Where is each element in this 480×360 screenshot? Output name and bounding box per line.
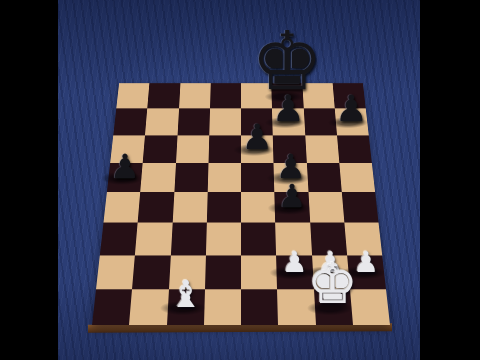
piece-white-bishop-c1[interactable]: ♝	[169, 276, 202, 313]
piece-white-king-g1[interactable]: ♚	[308, 256, 359, 313]
square-c8[interactable]	[179, 83, 211, 108]
square-h4[interactable]	[342, 192, 379, 223]
piece-black-pawn-f4[interactable]: ♟	[278, 181, 307, 213]
square-a8[interactable]	[116, 83, 149, 108]
square-b1[interactable]	[129, 289, 168, 325]
square-e5[interactable]	[241, 163, 275, 192]
square-a2[interactable]	[96, 255, 135, 289]
square-a4[interactable]	[103, 192, 140, 223]
square-c4[interactable]	[172, 192, 207, 223]
square-e2[interactable]	[241, 255, 277, 289]
letterbox-right	[420, 0, 480, 360]
square-d3[interactable]	[206, 223, 241, 255]
square-b4[interactable]	[138, 192, 174, 223]
chess-scene: ♚♟♟♟♟♟♟♟♟♟♝♚	[0, 0, 480, 360]
square-d2[interactable]	[205, 255, 241, 289]
square-a7[interactable]	[113, 109, 147, 136]
square-d1[interactable]	[204, 289, 241, 325]
square-a3[interactable]	[100, 223, 138, 255]
square-d8[interactable]	[210, 83, 241, 108]
square-b7[interactable]	[145, 109, 178, 136]
piece-black-pawn-e6[interactable]: ♟	[241, 120, 272, 155]
square-g6[interactable]	[305, 135, 339, 163]
square-b5[interactable]	[140, 163, 175, 192]
square-c6[interactable]	[176, 135, 209, 163]
square-b8[interactable]	[147, 83, 180, 108]
square-g7[interactable]	[303, 109, 336, 136]
square-b6[interactable]	[143, 135, 177, 163]
letterbox-left	[0, 0, 58, 360]
square-e1[interactable]	[241, 289, 278, 325]
square-e4[interactable]	[241, 192, 275, 223]
square-d6[interactable]	[208, 135, 241, 163]
square-c5[interactable]	[174, 163, 208, 192]
square-b2[interactable]	[132, 255, 170, 289]
square-c7[interactable]	[177, 109, 210, 136]
square-d7[interactable]	[209, 109, 241, 136]
square-h6[interactable]	[337, 135, 372, 163]
square-c3[interactable]	[170, 223, 206, 255]
piece-black-pawn-h7[interactable]: ♟	[335, 91, 368, 127]
square-g4[interactable]	[308, 192, 344, 223]
piece-white-pawn-f2[interactable]: ♟	[282, 249, 307, 277]
square-b3[interactable]	[135, 223, 172, 255]
square-g5[interactable]	[306, 163, 341, 192]
square-d5[interactable]	[207, 163, 241, 192]
square-d4[interactable]	[207, 192, 241, 223]
square-e3[interactable]	[241, 223, 276, 255]
piece-black-pawn-f7[interactable]: ♟	[272, 91, 305, 127]
square-a1[interactable]	[92, 289, 132, 325]
piece-black-pawn-a5[interactable]: ♟	[110, 150, 140, 183]
square-h5[interactable]	[339, 163, 375, 192]
